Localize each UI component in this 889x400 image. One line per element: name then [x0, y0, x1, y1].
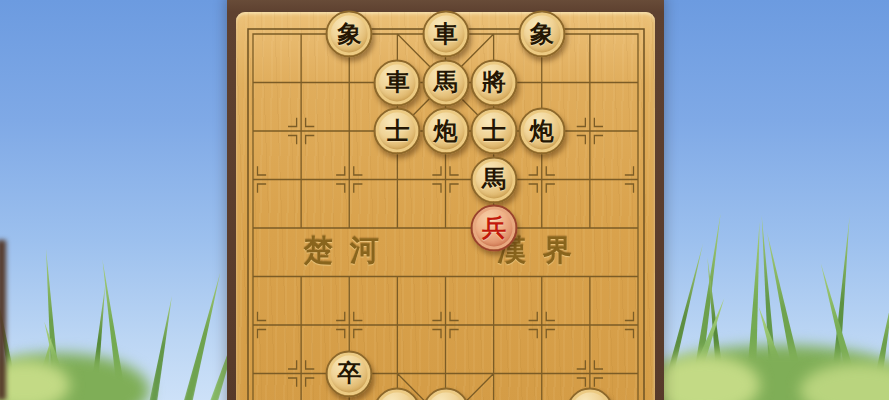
piece-glyph: 炮 [530, 118, 554, 142]
piece-glyph: 車 [385, 70, 409, 94]
piece-black-horse[interactable]: 馬 [422, 59, 469, 106]
piece-glyph: 馬 [434, 70, 458, 94]
grass-blade [702, 256, 728, 400]
grass-blade [182, 271, 225, 400]
grass-blade [30, 336, 58, 400]
grass-tuft [640, 345, 889, 400]
piece-glyph: 卒 [337, 361, 361, 385]
piece-glyph: 馬 [482, 167, 506, 191]
grass-blade [97, 259, 128, 400]
grass-blade [751, 304, 799, 400]
xiangqi-game-scene: 楚河 漢界 象車象車馬將士炮士炮馬兵卒 [0, 0, 889, 400]
grass-blade [688, 212, 726, 400]
piece-glyph: 士 [385, 118, 409, 142]
piece-black-elephant[interactable]: 象 [326, 11, 373, 58]
piece-black-horse[interactable]: 馬 [470, 156, 517, 203]
grass-tuft [0, 360, 70, 400]
piece-black-chariot[interactable]: 車 [422, 11, 469, 58]
piece-black-chariot[interactable]: 車 [374, 59, 421, 106]
piece-black-cannon[interactable]: 炮 [422, 108, 469, 155]
grass-blade [828, 216, 855, 400]
piece-glyph: 象 [337, 21, 361, 45]
piece-red-soldier[interactable]: 兵 [470, 205, 517, 252]
piece-black-elephant[interactable]: 象 [518, 11, 565, 58]
piece-black-cannon[interactable]: 炮 [518, 108, 565, 155]
grass-right [650, 0, 889, 400]
grass-tuft [650, 355, 760, 400]
river-text-left: 楚河 [304, 231, 396, 271]
piece-glyph: 車 [434, 21, 458, 45]
foreground-blur [0, 240, 6, 400]
piece-glyph: 兵 [482, 215, 506, 239]
piece-glyph: 象 [530, 21, 554, 45]
grass-blade [744, 221, 766, 400]
grass-left [0, 0, 240, 400]
piece-black-soldier[interactable]: 卒 [326, 350, 373, 397]
piece-glyph: 士 [482, 118, 506, 142]
grass-tuft [800, 363, 889, 400]
piece-glyph: 炮 [434, 118, 458, 142]
piece-black-general[interactable]: 將 [470, 59, 517, 106]
grass-blade [658, 242, 707, 400]
grass-blade [88, 284, 110, 400]
piece-glyph: 將 [482, 70, 506, 94]
grass-blade [761, 231, 810, 400]
grass-blade [678, 296, 730, 400]
grass-blade [868, 287, 889, 400]
grass-blade [815, 261, 865, 400]
grass-blade [41, 248, 62, 400]
grass-blade [148, 295, 176, 400]
piece-black-advisor[interactable]: 士 [470, 108, 517, 155]
grass-tuft [0, 353, 150, 400]
grass-blade [38, 320, 75, 400]
grass-blade [757, 214, 780, 400]
piece-black-advisor[interactable]: 士 [374, 108, 421, 155]
